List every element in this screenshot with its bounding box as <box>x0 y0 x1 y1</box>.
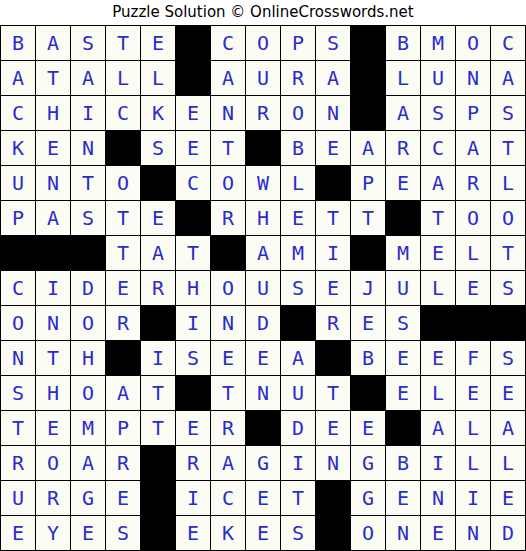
grid-cell: T <box>141 411 175 445</box>
grid-cell: R <box>36 481 70 515</box>
grid-cell: E <box>1 516 35 550</box>
grid-cell: C <box>1 96 35 130</box>
grid-cell: E <box>36 131 70 165</box>
grid-cell: L <box>386 61 420 95</box>
grid-cell: N <box>36 166 70 200</box>
grid-cell: I <box>176 306 210 340</box>
black-cell <box>71 236 105 270</box>
grid-cell: N <box>456 516 490 550</box>
grid-cell: O <box>281 96 315 130</box>
grid-cell: S <box>491 271 525 305</box>
grid-cell: N <box>211 306 245 340</box>
grid-cell: A <box>141 236 175 270</box>
grid-cell: P <box>281 26 315 60</box>
grid-cell: A <box>491 61 525 95</box>
grid-cell: H <box>176 271 210 305</box>
grid-cell: N <box>421 481 455 515</box>
black-cell <box>386 201 420 235</box>
grid-cell: N <box>36 306 70 340</box>
grid-cell: E <box>316 131 350 165</box>
grid-cell: D <box>246 306 280 340</box>
grid-cell: A <box>1 61 35 95</box>
grid-cell: L <box>456 236 490 270</box>
grid-cell: H <box>36 96 70 130</box>
grid-cell: A <box>491 411 525 445</box>
black-cell <box>141 166 175 200</box>
grid-cell: G <box>351 481 385 515</box>
page-title: Puzzle Solution © OnlineCrosswords.net <box>112 0 413 25</box>
grid-cell: P <box>1 201 35 235</box>
grid-cell: E <box>386 166 420 200</box>
grid-cell: S <box>491 96 525 130</box>
grid-cell: N <box>71 131 105 165</box>
grid-cell: G <box>246 446 280 480</box>
grid-cell: T <box>211 131 245 165</box>
grid-cell: T <box>281 481 315 515</box>
grid-cell: E <box>106 271 140 305</box>
grid-cell: A <box>106 376 140 410</box>
grid-cell: E <box>176 131 210 165</box>
grid-cell: E <box>176 516 210 550</box>
black-cell <box>141 306 175 340</box>
grid-cell: E <box>421 236 455 270</box>
grid-cell: U <box>1 166 35 200</box>
grid-cell: E <box>491 481 525 515</box>
grid-cell: M <box>71 411 105 445</box>
grid-cell: E <box>141 26 175 60</box>
grid-cell: S <box>71 26 105 60</box>
grid-cell: O <box>246 26 280 60</box>
grid-cell: T <box>316 201 350 235</box>
black-cell <box>351 96 385 130</box>
grid-cell: A <box>456 131 490 165</box>
black-cell <box>211 236 245 270</box>
grid-cell: D <box>281 411 315 445</box>
grid-cell: E <box>141 201 175 235</box>
grid-cell: E <box>106 481 140 515</box>
grid-cell: E <box>386 376 420 410</box>
grid-cell: E <box>351 306 385 340</box>
grid-cell: T <box>71 166 105 200</box>
grid-cell: C <box>491 26 525 60</box>
grid-cell: G <box>71 481 105 515</box>
black-cell <box>316 341 350 375</box>
grid-cell: S <box>106 516 140 550</box>
grid-cell: R <box>106 306 140 340</box>
grid-cell: U <box>421 61 455 95</box>
grid-cell: E <box>421 516 455 550</box>
grid-cell: S <box>421 96 455 130</box>
grid-cell: T <box>36 341 70 375</box>
grid-cell: R <box>281 61 315 95</box>
grid-cell: N <box>456 61 490 95</box>
grid-cell: E <box>316 411 350 445</box>
black-cell <box>176 61 210 95</box>
grid-cell: A <box>71 61 105 95</box>
black-cell <box>316 481 350 515</box>
black-cell <box>141 446 175 480</box>
grid-cell: O <box>456 201 490 235</box>
grid-cell: R <box>1 446 35 480</box>
grid-cell: P <box>456 96 490 130</box>
black-cell <box>176 376 210 410</box>
grid-cell: O <box>456 26 490 60</box>
grid-cell: A <box>351 131 385 165</box>
grid-cell: H <box>36 376 70 410</box>
black-cell <box>1 236 35 270</box>
grid-cell: R <box>211 411 245 445</box>
grid-cell: T <box>421 201 455 235</box>
grid-cell: I <box>316 236 350 270</box>
crossword-grid: BASTECOPSBMOCATALLAURALUNACHICKENRONASPS… <box>0 25 526 551</box>
grid-cell: N <box>316 446 350 480</box>
grid-cell: C <box>421 131 455 165</box>
grid-cell: N <box>246 376 280 410</box>
black-cell <box>351 236 385 270</box>
grid-cell: A <box>211 61 245 95</box>
grid-cell: T <box>316 376 350 410</box>
grid-cell: L <box>491 166 525 200</box>
grid-cell: L <box>421 376 455 410</box>
grid-cell: E <box>316 271 350 305</box>
grid-cell: S <box>141 131 175 165</box>
grid-cell: B <box>386 26 420 60</box>
black-cell <box>141 516 175 550</box>
grid-cell: S <box>316 26 350 60</box>
grid-cell: I <box>176 481 210 515</box>
grid-cell: Y <box>36 516 70 550</box>
grid-cell: T <box>106 26 140 60</box>
grid-cell: E <box>281 201 315 235</box>
grid-cell: E <box>456 271 490 305</box>
grid-cell: T <box>36 61 70 95</box>
grid-cell: E <box>386 481 420 515</box>
grid-cell: C <box>211 26 245 60</box>
grid-cell: K <box>1 131 35 165</box>
grid-cell: M <box>386 236 420 270</box>
black-cell <box>106 341 140 375</box>
grid-cell: A <box>211 446 245 480</box>
grid-cell: A <box>71 446 105 480</box>
grid-cell: A <box>246 236 280 270</box>
grid-cell: R <box>246 96 280 130</box>
grid-cell: R <box>456 166 490 200</box>
grid-cell: T <box>211 376 245 410</box>
grid-cell: R <box>141 271 175 305</box>
grid-cell: N <box>1 341 35 375</box>
grid-cell: E <box>176 96 210 130</box>
grid-cell: I <box>456 481 490 515</box>
grid-cell: B <box>281 131 315 165</box>
grid-cell: A <box>36 26 70 60</box>
grid-cell: I <box>141 341 175 375</box>
grid-cell: L <box>281 166 315 200</box>
grid-cell: A <box>36 201 70 235</box>
grid-cell: E <box>246 516 280 550</box>
grid-cell: E <box>386 341 420 375</box>
grid-cell: T <box>491 131 525 165</box>
grid-cell: S <box>176 341 210 375</box>
grid-cell: A <box>421 411 455 445</box>
grid-cell: K <box>141 96 175 130</box>
grid-cell: P <box>351 166 385 200</box>
grid-cell: K <box>211 516 245 550</box>
grid-cell: C <box>176 166 210 200</box>
grid-cell: G <box>351 446 385 480</box>
grid-cell: C <box>211 481 245 515</box>
grid-cell: S <box>281 516 315 550</box>
grid-cell: S <box>1 376 35 410</box>
page-header: Puzzle Solution © OnlineCrosswords.net <box>0 0 526 25</box>
grid-cell: E <box>71 516 105 550</box>
black-cell <box>316 166 350 200</box>
grid-cell: I <box>421 446 455 480</box>
grid-cell: B <box>351 341 385 375</box>
grid-cell: O <box>211 166 245 200</box>
grid-cell: E <box>491 376 525 410</box>
black-cell <box>351 26 385 60</box>
grid-cell: S <box>281 271 315 305</box>
black-cell <box>246 131 280 165</box>
grid-cell: N <box>316 96 350 130</box>
grid-cell: E <box>211 341 245 375</box>
grid-cell: I <box>36 271 70 305</box>
grid-cell: O <box>71 376 105 410</box>
grid-cell: C <box>1 271 35 305</box>
grid-cell: S <box>491 341 525 375</box>
black-cell <box>36 236 70 270</box>
grid-cell: T <box>106 201 140 235</box>
grid-cell: R <box>106 446 140 480</box>
grid-cell: A <box>281 341 315 375</box>
grid-cell: N <box>211 96 245 130</box>
grid-cell: D <box>71 271 105 305</box>
grid-cell: U <box>386 271 420 305</box>
grid-cell: C <box>106 96 140 130</box>
grid-cell: E <box>36 411 70 445</box>
grid-cell: T <box>1 411 35 445</box>
grid-cell: T <box>141 376 175 410</box>
grid-cell: E <box>176 411 210 445</box>
grid-cell: E <box>456 376 490 410</box>
black-cell <box>176 26 210 60</box>
grid-cell: L <box>421 271 455 305</box>
grid-cell: N <box>386 516 420 550</box>
grid-cell: W <box>246 166 280 200</box>
grid-cell: T <box>106 236 140 270</box>
black-cell <box>316 516 350 550</box>
grid-cell: A <box>386 96 420 130</box>
grid-cell: J <box>351 271 385 305</box>
grid-cell: H <box>71 341 105 375</box>
grid-cell: I <box>71 96 105 130</box>
grid-cell: O <box>71 306 105 340</box>
black-cell <box>176 201 210 235</box>
grid-cell: R <box>386 131 420 165</box>
grid-cell: A <box>316 61 350 95</box>
grid-cell: B <box>1 26 35 60</box>
grid-cell: O <box>491 201 525 235</box>
grid-cell: L <box>456 446 490 480</box>
grid-cell: T <box>491 236 525 270</box>
grid-cell: L <box>456 411 490 445</box>
grid-cell: O <box>211 271 245 305</box>
black-cell <box>491 306 525 340</box>
grid-cell: M <box>421 26 455 60</box>
grid-cell: I <box>281 446 315 480</box>
grid-cell: A <box>421 166 455 200</box>
grid-cell: E <box>351 411 385 445</box>
grid-cell: H <box>246 201 280 235</box>
grid-cell: U <box>281 376 315 410</box>
grid-cell: O <box>106 166 140 200</box>
grid-cell: L <box>106 61 140 95</box>
grid-cell: L <box>491 446 525 480</box>
grid-cell: U <box>246 61 280 95</box>
black-cell <box>456 306 490 340</box>
grid-cell: R <box>176 446 210 480</box>
black-cell <box>281 306 315 340</box>
black-cell <box>106 131 140 165</box>
grid-cell: B <box>386 446 420 480</box>
grid-cell: L <box>141 61 175 95</box>
grid-cell: E <box>246 341 280 375</box>
grid-cell: S <box>386 306 420 340</box>
grid-cell: R <box>211 201 245 235</box>
grid-cell: R <box>316 306 350 340</box>
black-cell <box>351 61 385 95</box>
grid-cell: U <box>246 271 280 305</box>
grid-cell: D <box>491 516 525 550</box>
black-cell <box>351 376 385 410</box>
grid-cell: O <box>1 306 35 340</box>
grid-cell: O <box>36 446 70 480</box>
grid-cell: E <box>421 341 455 375</box>
black-cell <box>386 411 420 445</box>
grid-cell: F <box>456 341 490 375</box>
grid-cell: S <box>71 201 105 235</box>
grid-cell: E <box>246 481 280 515</box>
grid-cell: U <box>1 481 35 515</box>
black-cell <box>141 481 175 515</box>
grid-cell: O <box>351 516 385 550</box>
grid-cell: T <box>176 236 210 270</box>
grid-cell: P <box>106 411 140 445</box>
black-cell <box>246 411 280 445</box>
grid-cell: T <box>351 201 385 235</box>
black-cell <box>421 306 455 340</box>
grid-cell: M <box>281 236 315 270</box>
